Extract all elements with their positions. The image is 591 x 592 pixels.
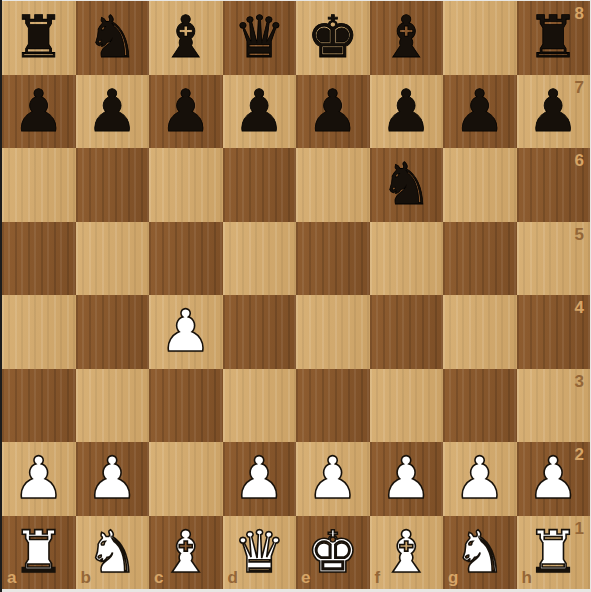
- square-f7[interactable]: ♟: [370, 75, 444, 149]
- chess-board: ♜♞♝♛♚♝8♜♟♟♟♟♟♟♟7♟♞65♟43♟♟♟♟♟♟2♟a♜b♞c♝d♛e…: [2, 1, 590, 589]
- square-g6[interactable]: [443, 148, 517, 222]
- piece-black-pawn-a7[interactable]: ♟: [13, 75, 65, 149]
- page-background: ♜♞♝♛♚♝8♜♟♟♟♟♟♟♟7♟♞65♟43♟♟♟♟♟♟2♟a♜b♞c♝d♛e…: [0, 0, 591, 592]
- square-e6[interactable]: [296, 148, 370, 222]
- piece-white-knight-g1[interactable]: ♞: [454, 516, 506, 590]
- square-b5[interactable]: [76, 222, 150, 296]
- piece-white-pawn-d2[interactable]: ♟: [233, 442, 285, 516]
- coord-rank-6: 6: [575, 152, 584, 169]
- square-d7[interactable]: ♟: [223, 75, 297, 149]
- piece-black-queen-d8[interactable]: ♛: [233, 1, 285, 75]
- square-c8[interactable]: ♝: [149, 1, 223, 75]
- piece-white-pawn-b2[interactable]: ♟: [86, 442, 138, 516]
- piece-black-bishop-f8[interactable]: ♝: [380, 1, 432, 75]
- square-b3[interactable]: [76, 369, 150, 443]
- square-e8[interactable]: ♚: [296, 1, 370, 75]
- square-c3[interactable]: [149, 369, 223, 443]
- piece-black-pawn-c7[interactable]: ♟: [160, 75, 212, 149]
- square-h7[interactable]: 7♟: [517, 75, 591, 149]
- piece-black-rook-h8[interactable]: ♜: [527, 1, 579, 75]
- square-g2[interactable]: ♟: [443, 442, 517, 516]
- square-e1[interactable]: e♚: [296, 516, 370, 590]
- piece-black-pawn-h7[interactable]: ♟: [527, 75, 579, 149]
- piece-white-pawn-a2[interactable]: ♟: [13, 442, 65, 516]
- piece-white-pawn-e2[interactable]: ♟: [307, 442, 359, 516]
- piece-black-pawn-d7[interactable]: ♟: [233, 75, 285, 149]
- piece-black-king-e8[interactable]: ♚: [307, 1, 359, 75]
- square-e7[interactable]: ♟: [296, 75, 370, 149]
- square-f1[interactable]: f♝: [370, 516, 444, 590]
- square-b7[interactable]: ♟: [76, 75, 150, 149]
- square-b8[interactable]: ♞: [76, 1, 150, 75]
- square-h2[interactable]: 2♟: [517, 442, 591, 516]
- square-g8[interactable]: [443, 1, 517, 75]
- square-a1[interactable]: a♜: [2, 516, 76, 590]
- piece-black-pawn-e7[interactable]: ♟: [307, 75, 359, 149]
- square-e5[interactable]: [296, 222, 370, 296]
- square-c7[interactable]: ♟: [149, 75, 223, 149]
- coord-rank-5: 5: [575, 226, 584, 243]
- square-d8[interactable]: ♛: [223, 1, 297, 75]
- square-d6[interactable]: [223, 148, 297, 222]
- piece-black-pawn-f7[interactable]: ♟: [380, 75, 432, 149]
- piece-white-knight-b1[interactable]: ♞: [86, 516, 138, 590]
- square-d3[interactable]: [223, 369, 297, 443]
- coord-rank-4: 4: [575, 299, 584, 316]
- piece-black-knight-b8[interactable]: ♞: [86, 1, 138, 75]
- square-e3[interactable]: [296, 369, 370, 443]
- piece-black-rook-a8[interactable]: ♜: [13, 1, 65, 75]
- square-g3[interactable]: [443, 369, 517, 443]
- piece-white-pawn-h2[interactable]: ♟: [527, 442, 579, 516]
- square-h6[interactable]: 6: [517, 148, 591, 222]
- square-f6[interactable]: ♞: [370, 148, 444, 222]
- piece-black-pawn-b7[interactable]: ♟: [86, 75, 138, 149]
- square-b4[interactable]: [76, 295, 150, 369]
- square-g5[interactable]: [443, 222, 517, 296]
- square-c6[interactable]: [149, 148, 223, 222]
- square-d5[interactable]: [223, 222, 297, 296]
- piece-white-pawn-g2[interactable]: ♟: [454, 442, 506, 516]
- piece-white-pawn-c4[interactable]: ♟: [160, 295, 212, 369]
- square-d2[interactable]: ♟: [223, 442, 297, 516]
- square-a3[interactable]: [2, 369, 76, 443]
- square-b1[interactable]: b♞: [76, 516, 150, 590]
- piece-white-king-e1[interactable]: ♚: [307, 516, 359, 590]
- piece-white-bishop-f1[interactable]: ♝: [380, 516, 432, 590]
- square-a6[interactable]: [2, 148, 76, 222]
- piece-white-bishop-c1[interactable]: ♝: [160, 516, 212, 590]
- square-g4[interactable]: [443, 295, 517, 369]
- piece-white-rook-a1[interactable]: ♜: [13, 516, 65, 590]
- square-a8[interactable]: ♜: [2, 1, 76, 75]
- square-f4[interactable]: [370, 295, 444, 369]
- square-c1[interactable]: c♝: [149, 516, 223, 590]
- square-b2[interactable]: ♟: [76, 442, 150, 516]
- square-b6[interactable]: [76, 148, 150, 222]
- square-d1[interactable]: d♛: [223, 516, 297, 590]
- square-a5[interactable]: [2, 222, 76, 296]
- square-c5[interactable]: [149, 222, 223, 296]
- piece-white-queen-d1[interactable]: ♛: [233, 516, 285, 590]
- square-h3[interactable]: 3: [517, 369, 591, 443]
- square-h5[interactable]: 5: [517, 222, 591, 296]
- square-a4[interactable]: [2, 295, 76, 369]
- square-h8[interactable]: 8♜: [517, 1, 591, 75]
- square-g7[interactable]: ♟: [443, 75, 517, 149]
- square-g1[interactable]: g♞: [443, 516, 517, 590]
- coord-rank-3: 3: [575, 373, 584, 390]
- piece-black-bishop-c8[interactable]: ♝: [160, 1, 212, 75]
- square-h1[interactable]: 1h♜: [517, 516, 591, 590]
- square-e2[interactable]: ♟: [296, 442, 370, 516]
- piece-white-rook-h1[interactable]: ♜: [527, 516, 579, 590]
- square-f5[interactable]: [370, 222, 444, 296]
- square-c4[interactable]: ♟: [149, 295, 223, 369]
- square-f3[interactable]: [370, 369, 444, 443]
- square-a7[interactable]: ♟: [2, 75, 76, 149]
- piece-white-pawn-f2[interactable]: ♟: [380, 442, 432, 516]
- square-c2[interactable]: [149, 442, 223, 516]
- square-f8[interactable]: ♝: [370, 1, 444, 75]
- piece-black-knight-f6[interactable]: ♞: [380, 148, 432, 222]
- square-a2[interactable]: ♟: [2, 442, 76, 516]
- square-d4[interactable]: [223, 295, 297, 369]
- square-f2[interactable]: ♟: [370, 442, 444, 516]
- piece-black-pawn-g7[interactable]: ♟: [454, 75, 506, 149]
- square-e4[interactable]: [296, 295, 370, 369]
- square-h4[interactable]: 4: [517, 295, 591, 369]
